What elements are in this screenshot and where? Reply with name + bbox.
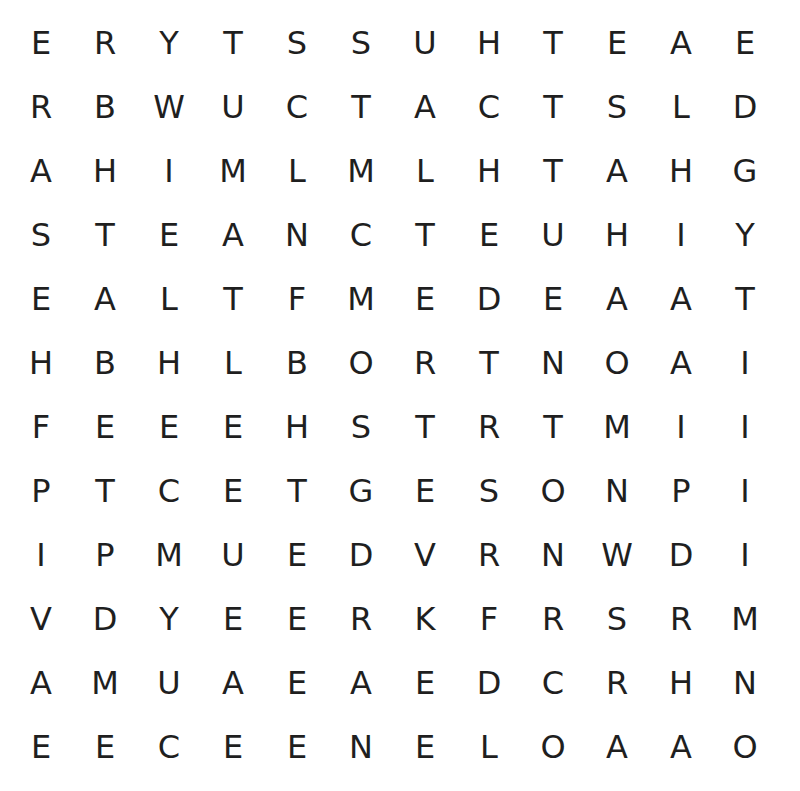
- word-search-board: ERYTSSUHTEAERBWUCTACTSLDAHIMLMLHTAHGSTEA…: [9, 11, 777, 779]
- grid-cell[interactable]: I: [9, 523, 73, 587]
- grid-cell[interactable]: T: [521, 395, 585, 459]
- grid-cell[interactable]: T: [393, 395, 457, 459]
- grid-cell[interactable]: F: [9, 395, 73, 459]
- grid-cell[interactable]: I: [713, 459, 777, 523]
- grid-cell[interactable]: A: [201, 651, 265, 715]
- grid-cell[interactable]: B: [265, 331, 329, 395]
- grid-cell[interactable]: H: [649, 139, 713, 203]
- grid-cell[interactable]: A: [585, 267, 649, 331]
- grid-cell[interactable]: R: [457, 395, 521, 459]
- grid-cell[interactable]: R: [329, 587, 393, 651]
- grid-cell[interactable]: I: [649, 395, 713, 459]
- grid-cell[interactable]: H: [649, 651, 713, 715]
- grid-cell[interactable]: E: [201, 459, 265, 523]
- grid-cell[interactable]: B: [73, 75, 137, 139]
- grid-cell[interactable]: N: [521, 331, 585, 395]
- grid-cell[interactable]: T: [73, 459, 137, 523]
- grid-cell[interactable]: H: [265, 395, 329, 459]
- grid-cell[interactable]: B: [73, 331, 137, 395]
- grid-cell[interactable]: E: [9, 11, 73, 75]
- grid-cell[interactable]: N: [521, 523, 585, 587]
- grid-cell[interactable]: T: [457, 331, 521, 395]
- grid-cell[interactable]: O: [521, 715, 585, 779]
- grid-cell[interactable]: L: [265, 139, 329, 203]
- grid-cell[interactable]: E: [393, 715, 457, 779]
- grid-cell[interactable]: R: [649, 587, 713, 651]
- grid-cell[interactable]: D: [649, 523, 713, 587]
- grid-cell[interactable]: G: [329, 459, 393, 523]
- grid-cell[interactable]: E: [585, 11, 649, 75]
- grid-cell[interactable]: E: [201, 395, 265, 459]
- grid-cell[interactable]: M: [73, 651, 137, 715]
- grid-cell[interactable]: H: [137, 331, 201, 395]
- grid-cell[interactable]: M: [585, 395, 649, 459]
- grid-cell[interactable]: O: [713, 715, 777, 779]
- grid-cell[interactable]: L: [201, 331, 265, 395]
- grid-cell[interactable]: A: [73, 267, 137, 331]
- grid-cell[interactable]: R: [457, 523, 521, 587]
- grid-cell[interactable]: H: [585, 203, 649, 267]
- grid-cell[interactable]: N: [713, 651, 777, 715]
- grid-cell[interactable]: D: [329, 523, 393, 587]
- grid-cell[interactable]: I: [713, 523, 777, 587]
- grid-cell[interactable]: R: [393, 331, 457, 395]
- grid-cell[interactable]: E: [393, 651, 457, 715]
- grid-cell[interactable]: E: [137, 395, 201, 459]
- grid-cell[interactable]: A: [585, 139, 649, 203]
- grid-cell[interactable]: D: [713, 75, 777, 139]
- grid-cell[interactable]: M: [137, 523, 201, 587]
- grid-cell[interactable]: O: [585, 331, 649, 395]
- grid-cell[interactable]: E: [73, 395, 137, 459]
- grid-cell[interactable]: C: [137, 715, 201, 779]
- grid-cell[interactable]: A: [649, 331, 713, 395]
- grid-cell[interactable]: D: [457, 651, 521, 715]
- grid-cell[interactable]: A: [201, 203, 265, 267]
- grid-cell[interactable]: E: [521, 267, 585, 331]
- grid-cell[interactable]: A: [649, 11, 713, 75]
- grid-cell[interactable]: A: [393, 75, 457, 139]
- grid-cell[interactable]: U: [521, 203, 585, 267]
- grid-cell[interactable]: S: [329, 395, 393, 459]
- grid-cell[interactable]: E: [393, 267, 457, 331]
- grid-cell[interactable]: P: [9, 459, 73, 523]
- grid-cell[interactable]: M: [329, 139, 393, 203]
- grid-cell[interactable]: T: [329, 75, 393, 139]
- grid-cell[interactable]: V: [9, 587, 73, 651]
- grid-cell[interactable]: N: [265, 203, 329, 267]
- grid-cell[interactable]: T: [265, 459, 329, 523]
- grid-cell[interactable]: T: [521, 75, 585, 139]
- grid-cell[interactable]: C: [521, 651, 585, 715]
- grid-cell[interactable]: T: [201, 11, 265, 75]
- grid-cell[interactable]: O: [329, 331, 393, 395]
- grid-cell[interactable]: I: [713, 395, 777, 459]
- grid-cell[interactable]: H: [457, 11, 521, 75]
- grid-cell[interactable]: E: [9, 267, 73, 331]
- grid-cell[interactable]: S: [9, 203, 73, 267]
- grid-cell[interactable]: W: [137, 75, 201, 139]
- grid-cell[interactable]: C: [457, 75, 521, 139]
- grid-cell[interactable]: N: [329, 715, 393, 779]
- grid-cell[interactable]: F: [265, 267, 329, 331]
- grid-cell[interactable]: T: [713, 267, 777, 331]
- grid-cell[interactable]: D: [73, 587, 137, 651]
- grid-cell[interactable]: M: [201, 139, 265, 203]
- grid-cell[interactable]: F: [457, 587, 521, 651]
- grid-cell[interactable]: E: [265, 587, 329, 651]
- grid-cell[interactable]: E: [713, 11, 777, 75]
- grid-cell[interactable]: G: [713, 139, 777, 203]
- grid-cell[interactable]: E: [265, 651, 329, 715]
- grid-cell[interactable]: L: [457, 715, 521, 779]
- grid-cell[interactable]: H: [457, 139, 521, 203]
- grid-cell[interactable]: O: [521, 459, 585, 523]
- grid-cell[interactable]: A: [649, 267, 713, 331]
- grid-cell[interactable]: E: [265, 715, 329, 779]
- grid-cell[interactable]: U: [393, 11, 457, 75]
- grid-cell[interactable]: P: [73, 523, 137, 587]
- grid-cell[interactable]: E: [73, 715, 137, 779]
- grid-cell[interactable]: S: [265, 11, 329, 75]
- grid-cell[interactable]: Y: [137, 587, 201, 651]
- grid-cell[interactable]: H: [73, 139, 137, 203]
- grid-cell[interactable]: T: [393, 203, 457, 267]
- grid-cell[interactable]: A: [585, 715, 649, 779]
- grid-cell[interactable]: M: [329, 267, 393, 331]
- grid-cell[interactable]: Y: [137, 11, 201, 75]
- grid-cell[interactable]: D: [457, 267, 521, 331]
- grid-cell[interactable]: U: [201, 75, 265, 139]
- grid-cell[interactable]: U: [201, 523, 265, 587]
- grid-cell[interactable]: T: [73, 203, 137, 267]
- grid-cell[interactable]: S: [457, 459, 521, 523]
- grid-cell[interactable]: E: [201, 715, 265, 779]
- grid-cell[interactable]: A: [329, 651, 393, 715]
- grid-cell[interactable]: M: [713, 587, 777, 651]
- grid-cell[interactable]: A: [649, 715, 713, 779]
- grid-cell[interactable]: C: [137, 459, 201, 523]
- grid-cell[interactable]: T: [201, 267, 265, 331]
- word-search-grid: ERYTSSUHTEAERBWUCTACTSLDAHIMLMLHTAHGSTEA…: [9, 11, 777, 779]
- grid-cell[interactable]: L: [137, 267, 201, 331]
- grid-cell[interactable]: R: [9, 75, 73, 139]
- grid-cell[interactable]: E: [137, 203, 201, 267]
- grid-cell[interactable]: S: [585, 75, 649, 139]
- grid-cell[interactable]: E: [265, 523, 329, 587]
- grid-cell[interactable]: L: [649, 75, 713, 139]
- grid-cell[interactable]: L: [393, 139, 457, 203]
- grid-cell[interactable]: S: [329, 11, 393, 75]
- grid-cell[interactable]: E: [457, 203, 521, 267]
- grid-cell[interactable]: R: [73, 11, 137, 75]
- grid-cell[interactable]: C: [265, 75, 329, 139]
- grid-cell[interactable]: A: [9, 139, 73, 203]
- grid-cell[interactable]: U: [137, 651, 201, 715]
- grid-cell[interactable]: R: [521, 587, 585, 651]
- grid-cell[interactable]: H: [9, 331, 73, 395]
- grid-cell[interactable]: I: [137, 139, 201, 203]
- grid-cell[interactable]: S: [585, 587, 649, 651]
- grid-cell[interactable]: I: [649, 203, 713, 267]
- grid-cell[interactable]: N: [585, 459, 649, 523]
- grid-cell[interactable]: C: [329, 203, 393, 267]
- grid-cell[interactable]: V: [393, 523, 457, 587]
- grid-cell[interactable]: T: [521, 11, 585, 75]
- grid-cell[interactable]: E: [201, 587, 265, 651]
- grid-cell[interactable]: E: [393, 459, 457, 523]
- grid-cell[interactable]: T: [521, 139, 585, 203]
- grid-cell[interactable]: W: [585, 523, 649, 587]
- grid-cell[interactable]: Y: [713, 203, 777, 267]
- grid-cell[interactable]: R: [585, 651, 649, 715]
- grid-cell[interactable]: I: [713, 331, 777, 395]
- grid-cell[interactable]: K: [393, 587, 457, 651]
- grid-cell[interactable]: A: [9, 651, 73, 715]
- grid-cell[interactable]: E: [9, 715, 73, 779]
- grid-cell[interactable]: P: [649, 459, 713, 523]
